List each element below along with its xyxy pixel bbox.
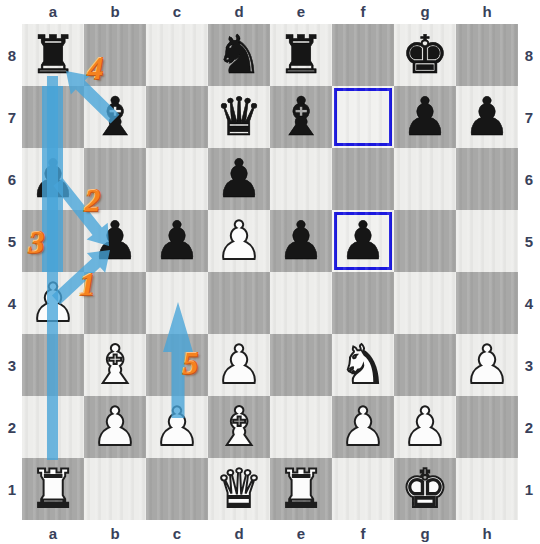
square-h1[interactable]: [456, 458, 518, 520]
rank-label-right-6: 6: [525, 171, 533, 188]
piece-black-pawn-d6[interactable]: ♟: [208, 148, 270, 210]
square-h6[interactable]: [456, 148, 518, 210]
file-label-bottom-d: d: [234, 525, 243, 542]
square-f6[interactable]: [332, 148, 394, 210]
square-e7[interactable]: ♝: [270, 86, 332, 148]
file-label-bottom-a: a: [49, 525, 57, 542]
piece-black-pawn-e5[interactable]: ♟: [270, 210, 332, 272]
square-d2[interactable]: ♝: [208, 396, 270, 458]
rank-label-left-1: 1: [8, 481, 16, 498]
rank-label-left-8: 8: [8, 47, 16, 64]
square-g3[interactable]: [394, 334, 456, 396]
square-c4[interactable]: [146, 272, 208, 334]
rank-label-left-2: 2: [8, 419, 16, 436]
square-a8[interactable]: ♜: [22, 24, 84, 86]
square-b3[interactable]: ♝: [84, 334, 146, 396]
piece-white-bishop-d2[interactable]: ♝: [208, 396, 270, 458]
board: ♜♞♜♚♝♛♝♟♟♟♟♟♟♟♟♟♟♝♟♞♟♟♟♝♟♟♜♛♜♚: [22, 24, 518, 520]
rank-label-right-5: 5: [525, 233, 533, 250]
square-b5[interactable]: ♟: [84, 210, 146, 272]
square-d3[interactable]: ♟: [208, 334, 270, 396]
square-c8[interactable]: [146, 24, 208, 86]
piece-black-king-g8[interactable]: ♚: [394, 24, 456, 86]
piece-black-pawn-c5[interactable]: ♟: [146, 210, 208, 272]
square-e8[interactable]: ♜: [270, 24, 332, 86]
square-e4[interactable]: [270, 272, 332, 334]
file-label-bottom-e: e: [297, 525, 305, 542]
piece-white-pawn-c2[interactable]: ♟: [146, 396, 208, 458]
piece-white-king-g1[interactable]: ♚: [394, 458, 456, 520]
square-d5[interactable]: ♟: [208, 210, 270, 272]
piece-black-queen-d7[interactable]: ♛: [208, 86, 270, 148]
square-c5[interactable]: ♟: [146, 210, 208, 272]
piece-black-pawn-h7[interactable]: ♟: [456, 86, 518, 148]
square-c7[interactable]: [146, 86, 208, 148]
piece-white-pawn-h3[interactable]: ♟: [456, 334, 518, 396]
rank-label-right-8: 8: [525, 47, 533, 64]
file-label-bottom-c: c: [173, 525, 181, 542]
file-label-top-g: g: [420, 3, 429, 20]
file-label-top-c: c: [173, 3, 181, 20]
file-label-top-a: a: [49, 3, 57, 20]
square-h2[interactable]: [456, 396, 518, 458]
square-b2[interactable]: ♟: [84, 396, 146, 458]
square-g2[interactable]: ♟: [394, 396, 456, 458]
square-d8[interactable]: ♞: [208, 24, 270, 86]
square-e1[interactable]: ♜: [270, 458, 332, 520]
square-a1[interactable]: ♜: [22, 458, 84, 520]
square-f1[interactable]: [332, 458, 394, 520]
square-g8[interactable]: ♚: [394, 24, 456, 86]
square-d4[interactable]: [208, 272, 270, 334]
square-a6[interactable]: ♟: [22, 148, 84, 210]
piece-black-pawn-a6[interactable]: ♟: [22, 148, 84, 210]
rank-label-left-6: 6: [8, 171, 16, 188]
square-h8[interactable]: [456, 24, 518, 86]
square-g1[interactable]: ♚: [394, 458, 456, 520]
rank-label-right-3: 3: [525, 357, 533, 374]
square-b1[interactable]: [84, 458, 146, 520]
piece-white-knight-f3[interactable]: ♞: [332, 334, 394, 396]
rank-label-left-7: 7: [8, 109, 16, 126]
square-b7[interactable]: ♝: [84, 86, 146, 148]
square-h5[interactable]: [456, 210, 518, 272]
piece-white-queen-d1[interactable]: ♛: [208, 458, 270, 520]
file-label-top-e: e: [297, 3, 305, 20]
piece-black-pawn-b5[interactable]: ♟: [84, 210, 146, 272]
piece-white-pawn-a4[interactable]: ♟: [22, 272, 84, 334]
square-f2[interactable]: ♟: [332, 396, 394, 458]
rank-label-left-4: 4: [8, 295, 16, 312]
piece-black-rook-e8[interactable]: ♜: [270, 24, 332, 86]
square-c3[interactable]: [146, 334, 208, 396]
square-g4[interactable]: [394, 272, 456, 334]
file-label-top-f: f: [361, 3, 366, 20]
square-b8[interactable]: [84, 24, 146, 86]
chess-board-widget: ♜♞♜♚♝♛♝♟♟♟♟♟♟♟♟♟♟♝♟♞♟♟♟♝♟♟♜♛♜♚ aabbccdde…: [0, 0, 540, 544]
piece-white-pawn-g2[interactable]: ♟: [394, 396, 456, 458]
square-g5[interactable]: [394, 210, 456, 272]
file-label-bottom-b: b: [110, 525, 119, 542]
piece-black-pawn-g7[interactable]: ♟: [394, 86, 456, 148]
square-e6[interactable]: [270, 148, 332, 210]
square-d6[interactable]: ♟: [208, 148, 270, 210]
piece-white-pawn-d3[interactable]: ♟: [208, 334, 270, 396]
square-f4[interactable]: [332, 272, 394, 334]
square-a5[interactable]: [22, 210, 84, 272]
square-a3[interactable]: [22, 334, 84, 396]
square-d7[interactable]: ♛: [208, 86, 270, 148]
piece-white-rook-e1[interactable]: ♜: [270, 458, 332, 520]
rank-label-right-1: 1: [525, 481, 533, 498]
square-g7[interactable]: ♟: [394, 86, 456, 148]
piece-black-pawn-f5[interactable]: ♟: [332, 210, 394, 272]
rank-label-left-3: 3: [8, 357, 16, 374]
square-a7[interactable]: [22, 86, 84, 148]
piece-white-pawn-f2[interactable]: ♟: [332, 396, 394, 458]
piece-black-bishop-e7[interactable]: ♝: [270, 86, 332, 148]
piece-black-rook-a8[interactable]: ♜: [22, 24, 84, 86]
file-label-top-h: h: [482, 3, 491, 20]
square-b6[interactable]: [84, 148, 146, 210]
square-f5[interactable]: ♟: [332, 210, 394, 272]
piece-black-bishop-b7[interactable]: ♝: [84, 86, 146, 148]
rank-label-right-2: 2: [525, 419, 533, 436]
square-e5[interactable]: ♟: [270, 210, 332, 272]
file-label-top-d: d: [234, 3, 243, 20]
square-g6[interactable]: [394, 148, 456, 210]
rank-label-right-7: 7: [525, 109, 533, 126]
square-h7[interactable]: ♟: [456, 86, 518, 148]
rank-label-right-4: 4: [525, 295, 533, 312]
square-f7[interactable]: [332, 86, 394, 148]
square-c2[interactable]: ♟: [146, 396, 208, 458]
square-e3[interactable]: [270, 334, 332, 396]
square-f8[interactable]: [332, 24, 394, 86]
file-label-top-b: b: [110, 3, 119, 20]
file-label-bottom-h: h: [482, 525, 491, 542]
square-b4[interactable]: [84, 272, 146, 334]
piece-black-knight-d8[interactable]: ♞: [208, 24, 270, 86]
square-c1[interactable]: [146, 458, 208, 520]
square-f3[interactable]: ♞: [332, 334, 394, 396]
square-e2[interactable]: [270, 396, 332, 458]
file-label-bottom-g: g: [420, 525, 429, 542]
piece-white-rook-a1[interactable]: ♜: [22, 458, 84, 520]
square-h4[interactable]: [456, 272, 518, 334]
square-c6[interactable]: [146, 148, 208, 210]
square-a4[interactable]: ♟: [22, 272, 84, 334]
piece-white-pawn-d5[interactable]: ♟: [208, 210, 270, 272]
square-a2[interactable]: [22, 396, 84, 458]
square-d1[interactable]: ♛: [208, 458, 270, 520]
piece-white-pawn-b2[interactable]: ♟: [84, 396, 146, 458]
piece-white-bishop-b3[interactable]: ♝: [84, 334, 146, 396]
file-label-bottom-f: f: [361, 525, 366, 542]
rank-label-left-5: 5: [8, 233, 16, 250]
square-h3[interactable]: ♟: [456, 334, 518, 396]
